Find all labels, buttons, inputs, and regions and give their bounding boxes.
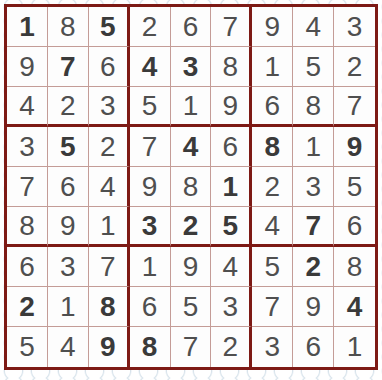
cell-r2c2[interactable]: 7 bbox=[48, 47, 89, 87]
cell-r6c1[interactable]: 8 bbox=[7, 207, 48, 247]
cell-r1c5[interactable]: 6 bbox=[171, 7, 212, 47]
cell-r2c7[interactable]: 1 bbox=[252, 47, 293, 87]
cell-r2c9[interactable]: 2 bbox=[334, 47, 375, 87]
cell-r6c8[interactable]: 7 bbox=[293, 207, 334, 247]
cell-r6c5[interactable]: 2 bbox=[171, 207, 212, 247]
cell-r5c6[interactable]: 1 bbox=[211, 167, 252, 207]
cell-r7c3[interactable]: 7 bbox=[89, 247, 130, 287]
cell-r3c7[interactable]: 6 bbox=[252, 87, 293, 127]
cell-r8c6[interactable]: 3 bbox=[211, 287, 252, 327]
cell-r1c6[interactable]: 7 bbox=[211, 7, 252, 47]
cell-r9c1[interactable]: 5 bbox=[7, 327, 48, 367]
cell-r1c1[interactable]: 1 bbox=[7, 7, 48, 47]
cell-r7c4[interactable]: 1 bbox=[130, 247, 171, 287]
cell-r9c7[interactable]: 3 bbox=[252, 327, 293, 367]
cell-r8c8[interactable]: 9 bbox=[293, 287, 334, 327]
cell-r7c8[interactable]: 2 bbox=[293, 247, 334, 287]
cell-r8c9[interactable]: 4 bbox=[334, 287, 375, 327]
cell-r8c5[interactable]: 5 bbox=[171, 287, 212, 327]
cell-r3c4[interactable]: 5 bbox=[130, 87, 171, 127]
cell-r3c1[interactable]: 4 bbox=[7, 87, 48, 127]
cell-r3c2[interactable]: 2 bbox=[48, 87, 89, 127]
cell-r4c4[interactable]: 7 bbox=[130, 127, 171, 167]
cell-r6c4[interactable]: 3 bbox=[130, 207, 171, 247]
cell-r8c7[interactable]: 7 bbox=[252, 287, 293, 327]
cell-r5c3[interactable]: 4 bbox=[89, 167, 130, 207]
cell-r6c2[interactable]: 9 bbox=[48, 207, 89, 247]
cell-r7c6[interactable]: 4 bbox=[211, 247, 252, 287]
cell-r1c9[interactable]: 3 bbox=[334, 7, 375, 47]
cell-r4c9[interactable]: 9 bbox=[334, 127, 375, 167]
cell-r4c8[interactable]: 1 bbox=[293, 127, 334, 167]
cell-r7c9[interactable]: 8 bbox=[334, 247, 375, 287]
cell-r5c8[interactable]: 3 bbox=[293, 167, 334, 207]
cell-r4c5[interactable]: 4 bbox=[171, 127, 212, 167]
cell-r1c3[interactable]: 5 bbox=[89, 7, 130, 47]
cell-r8c4[interactable]: 6 bbox=[130, 287, 171, 327]
cell-r3c3[interactable]: 3 bbox=[89, 87, 130, 127]
cell-r6c3[interactable]: 1 bbox=[89, 207, 130, 247]
cell-r8c3[interactable]: 8 bbox=[89, 287, 130, 327]
cell-r6c7[interactable]: 4 bbox=[252, 207, 293, 247]
cell-r9c3[interactable]: 9 bbox=[89, 327, 130, 367]
cell-r1c8[interactable]: 4 bbox=[293, 7, 334, 47]
cell-r1c4[interactable]: 2 bbox=[130, 7, 171, 47]
cell-r5c7[interactable]: 2 bbox=[252, 167, 293, 207]
cell-r9c4[interactable]: 8 bbox=[130, 327, 171, 367]
cell-r2c8[interactable]: 5 bbox=[293, 47, 334, 87]
cell-r1c2[interactable]: 8 bbox=[48, 7, 89, 47]
cell-r2c6[interactable]: 8 bbox=[211, 47, 252, 87]
cell-r4c7[interactable]: 8 bbox=[252, 127, 293, 167]
sudoku-board: 1852679439764381524235196873527468197649… bbox=[4, 4, 378, 370]
cell-r3c6[interactable]: 9 bbox=[211, 87, 252, 127]
cell-r5c1[interactable]: 7 bbox=[7, 167, 48, 207]
cell-r7c2[interactable]: 3 bbox=[48, 247, 89, 287]
cell-r4c2[interactable]: 5 bbox=[48, 127, 89, 167]
cell-r7c1[interactable]: 6 bbox=[7, 247, 48, 287]
cell-r3c5[interactable]: 1 bbox=[171, 87, 212, 127]
cell-r9c6[interactable]: 2 bbox=[211, 327, 252, 367]
cell-r5c4[interactable]: 9 bbox=[130, 167, 171, 207]
cell-r2c3[interactable]: 6 bbox=[89, 47, 130, 87]
cell-r8c2[interactable]: 1 bbox=[48, 287, 89, 327]
cell-r7c7[interactable]: 5 bbox=[252, 247, 293, 287]
cell-r5c2[interactable]: 6 bbox=[48, 167, 89, 207]
cell-r9c2[interactable]: 4 bbox=[48, 327, 89, 367]
cell-r2c1[interactable]: 9 bbox=[7, 47, 48, 87]
cell-r8c1[interactable]: 2 bbox=[7, 287, 48, 327]
cell-r9c5[interactable]: 7 bbox=[171, 327, 212, 367]
cell-r9c8[interactable]: 6 bbox=[293, 327, 334, 367]
cell-r5c5[interactable]: 8 bbox=[171, 167, 212, 207]
cell-r5c9[interactable]: 5 bbox=[334, 167, 375, 207]
cell-r6c6[interactable]: 5 bbox=[211, 207, 252, 247]
cell-r3c9[interactable]: 7 bbox=[334, 87, 375, 127]
cell-r4c1[interactable]: 3 bbox=[7, 127, 48, 167]
cell-r7c5[interactable]: 9 bbox=[171, 247, 212, 287]
cell-r4c6[interactable]: 6 bbox=[211, 127, 252, 167]
cell-r3c8[interactable]: 8 bbox=[293, 87, 334, 127]
cell-r9c9[interactable]: 1 bbox=[334, 327, 375, 367]
cell-r2c5[interactable]: 3 bbox=[171, 47, 212, 87]
cell-r1c7[interactable]: 9 bbox=[252, 7, 293, 47]
cell-r4c3[interactable]: 2 bbox=[89, 127, 130, 167]
cell-r2c4[interactable]: 4 bbox=[130, 47, 171, 87]
cell-r6c9[interactable]: 6 bbox=[334, 207, 375, 247]
